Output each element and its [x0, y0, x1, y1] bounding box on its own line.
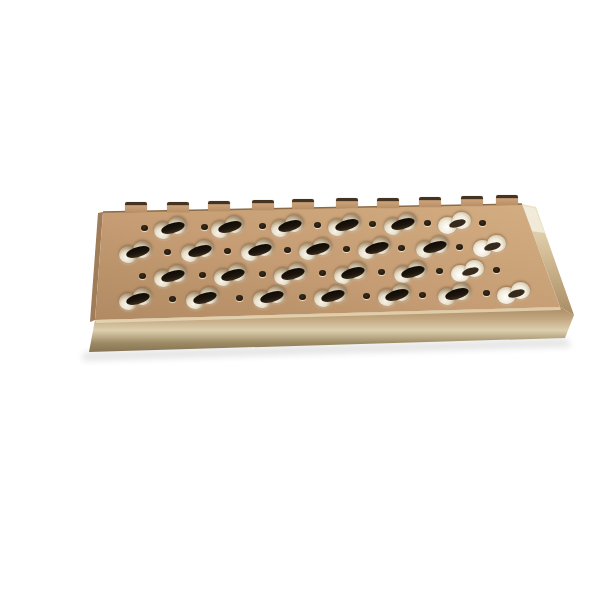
plate-top-face — [95, 204, 560, 320]
plate-photo — [0, 0, 600, 600]
photo-canvas — [0, 0, 600, 600]
